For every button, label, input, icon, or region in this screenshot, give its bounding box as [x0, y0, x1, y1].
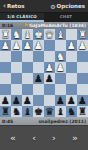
square-b3[interactable] — [66, 51, 77, 62]
square-g6[interactable] — [11, 84, 22, 95]
square-d2[interactable] — [44, 40, 55, 51]
square-b2[interactable]: ♟ — [66, 40, 77, 51]
back-button[interactable]: ‹ Retos — [3, 3, 25, 9]
black-pawn: ♟ — [56, 95, 65, 106]
square-a4[interactable] — [77, 62, 88, 73]
square-f6[interactable] — [22, 84, 33, 95]
square-h8[interactable]: ♜ — [0, 106, 11, 117]
square-d3[interactable] — [44, 51, 55, 62]
tab-bar: 1/0 CLÁSICO CHAT — [0, 13, 88, 22]
square-g2[interactable]: ♟ — [11, 40, 22, 51]
back-label: Retos — [7, 3, 25, 9]
square-f3[interactable] — [22, 51, 33, 62]
white-knight: ♞ — [12, 29, 21, 40]
tab-chat[interactable]: CHAT — [44, 13, 88, 22]
square-c4[interactable]: ♟ — [55, 62, 66, 73]
square-h4[interactable] — [0, 62, 11, 73]
white-pawn: ♟ — [34, 40, 43, 51]
white-pawn: ♟ — [12, 40, 21, 51]
square-d8[interactable]: ♛ — [44, 106, 55, 117]
player-bar: 0:45 snailpedrez (2011) — [0, 117, 88, 125]
next-move-button[interactable]: › — [49, 132, 59, 144]
square-c8[interactable]: ♝ — [55, 106, 66, 117]
square-c2[interactable] — [55, 40, 66, 51]
black-queen: ♛ — [45, 106, 54, 117]
square-f8[interactable]: ♝ — [22, 106, 33, 117]
gear-icon: ⚙ — [50, 3, 55, 10]
opponent-clock: 0:16 — [2, 23, 13, 28]
square-a7[interactable]: ♟ — [77, 95, 88, 106]
black-pawn: ♟ — [23, 95, 32, 106]
black-pawn: ♟ — [78, 95, 87, 106]
white-pawn: ♟ — [45, 62, 54, 73]
black-rook: ♜ — [1, 106, 10, 117]
square-f5[interactable] — [22, 73, 33, 84]
first-move-button[interactable]: « — [7, 132, 19, 144]
square-h5[interactable] — [0, 73, 11, 84]
black-king: ♚ — [34, 106, 43, 117]
black-pawn: ♟ — [1, 95, 10, 106]
black-pawn: ♟ — [12, 95, 21, 106]
chess-app-window: ‹ Retos ⚙ Opciones 1/0 CLÁSICO CHAT 0:16… — [0, 0, 88, 150]
square-c6[interactable] — [55, 84, 66, 95]
square-c3[interactable]: ♞ — [55, 51, 66, 62]
options-label: Opciones — [57, 3, 85, 9]
square-g5[interactable] — [11, 73, 22, 84]
square-b1[interactable] — [66, 29, 77, 40]
black-bishop: ♝ — [56, 106, 65, 117]
square-a3[interactable] — [77, 51, 88, 62]
square-d1[interactable]: ♛ — [44, 29, 55, 40]
square-d6[interactable] — [44, 84, 55, 95]
tab-game[interactable]: 1/0 CLÁSICO — [0, 13, 44, 22]
white-pawn: ♟ — [67, 40, 76, 51]
white-knight: ♞ — [56, 51, 65, 62]
white-pawn: ♟ — [56, 62, 65, 73]
top-app-bar: ‹ Retos ⚙ Opciones — [0, 0, 88, 13]
white-pawn: ♟ — [23, 40, 32, 51]
square-e4[interactable] — [33, 62, 44, 73]
square-e2[interactable]: ♟ — [33, 40, 44, 51]
white-pawn: ♟ — [78, 40, 87, 51]
black-rook: ♜ — [78, 106, 87, 117]
white-pawn: ♟ — [1, 40, 10, 51]
square-b7[interactable]: ♟ — [66, 95, 77, 106]
square-b8[interactable]: ♞ — [66, 106, 77, 117]
black-pawn: ♟ — [34, 73, 43, 84]
square-a2[interactable]: ♟ — [77, 40, 88, 51]
square-f4[interactable] — [22, 62, 33, 73]
square-a5[interactable] — [77, 73, 88, 84]
square-d7[interactable] — [44, 95, 55, 106]
flag-icon: ⚑ — [24, 23, 28, 28]
square-e1[interactable]: ♚ — [33, 29, 44, 40]
square-e3[interactable] — [33, 51, 44, 62]
square-e7[interactable] — [33, 95, 44, 106]
black-pawn: ♟ — [67, 95, 76, 106]
square-e6[interactable] — [33, 84, 44, 95]
white-rook: ♜ — [1, 29, 10, 40]
square-c1[interactable]: ♝ — [55, 29, 66, 40]
square-h3[interactable] — [0, 51, 11, 62]
square-h6[interactable] — [0, 84, 11, 95]
square-g3[interactable] — [11, 51, 22, 62]
white-bishop: ♝ — [23, 29, 32, 40]
player-name-rating: snailpedrez (2011) — [38, 119, 86, 124]
black-knight: ♞ — [67, 106, 76, 117]
square-c7[interactable]: ♟ — [55, 95, 66, 106]
black-bishop: ♝ — [23, 106, 32, 117]
square-a8[interactable]: ♜ — [77, 106, 88, 117]
square-e8[interactable]: ♚ — [33, 106, 44, 117]
square-b5[interactable] — [66, 73, 77, 84]
square-a6[interactable] — [77, 84, 88, 95]
back-chevron-icon: ‹ — [3, 3, 6, 9]
square-g8[interactable]: ♞ — [11, 106, 22, 117]
opponent-player-bar: 0:16 ⚑ GaJaMoAmArTu (1834) — [0, 22, 88, 29]
square-d5[interactable]: ♟ — [44, 73, 55, 84]
square-g7[interactable]: ♟ — [11, 95, 22, 106]
last-move-button[interactable]: » — [69, 132, 81, 144]
square-b6[interactable] — [66, 84, 77, 95]
square-g1[interactable]: ♞ — [11, 29, 22, 40]
square-h2[interactable]: ♟ — [0, 40, 11, 51]
opponent-name-rating: GaJaMoAmArTu (1834) — [29, 23, 86, 28]
square-f2[interactable]: ♟ — [22, 40, 33, 51]
square-f7[interactable]: ♟ — [22, 95, 33, 106]
square-c5[interactable] — [55, 73, 66, 84]
white-king: ♚ — [34, 29, 43, 40]
square-h1[interactable]: ♜ — [0, 29, 11, 40]
square-e5[interactable]: ♟ — [33, 73, 44, 84]
square-f1[interactable]: ♝ — [22, 29, 33, 40]
square-b4[interactable] — [66, 62, 77, 73]
white-rook: ♜ — [78, 29, 87, 40]
white-bishop: ♝ — [56, 29, 65, 40]
options-button[interactable]: ⚙ Opciones — [50, 3, 85, 10]
move-navigation-bar: « ‹ › » — [0, 125, 88, 150]
player-clock: 0:45 — [2, 119, 13, 124]
black-knight: ♞ — [12, 106, 21, 117]
square-g4[interactable] — [11, 62, 22, 73]
square-d4[interactable]: ♟ — [44, 62, 55, 73]
white-queen: ♛ — [45, 29, 54, 40]
chess-board: ♜♞♝♚♛♝♜♟♟♟♟♟♟♞♟♟♟♟♟♟♟♟♟♟♜♞♝♚♛♝♞♜ — [0, 29, 88, 117]
square-a1[interactable]: ♜ — [77, 29, 88, 40]
square-h7[interactable]: ♟ — [0, 95, 11, 106]
previous-move-button[interactable]: ‹ — [29, 132, 39, 144]
black-pawn: ♟ — [45, 73, 54, 84]
